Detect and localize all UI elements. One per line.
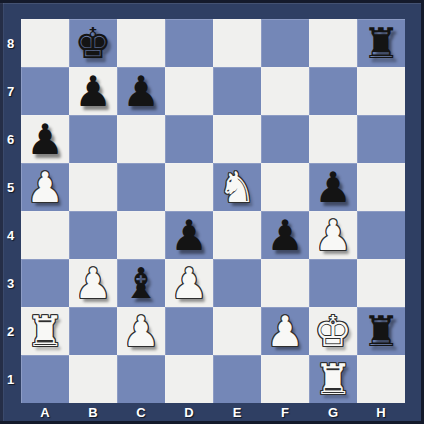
square-c1[interactable] — [117, 355, 165, 403]
square-h8[interactable]: ♜ — [357, 19, 405, 67]
piece-white-pawn[interactable]: ♟ — [261, 307, 309, 355]
square-b8[interactable]: ♚ — [69, 19, 117, 67]
square-d2[interactable] — [165, 307, 213, 355]
square-h6[interactable] — [357, 115, 405, 163]
square-h1[interactable] — [357, 355, 405, 403]
square-e3[interactable] — [213, 259, 261, 307]
square-g6[interactable] — [309, 115, 357, 163]
square-h7[interactable] — [357, 67, 405, 115]
square-e6[interactable] — [213, 115, 261, 163]
square-c6[interactable] — [117, 115, 165, 163]
file-label: B — [69, 403, 117, 421]
rank-label: 7 — [0, 67, 21, 115]
piece-black-pawn[interactable]: ♟ — [21, 115, 69, 163]
square-f4[interactable]: ♟ — [261, 211, 309, 259]
square-e7[interactable] — [213, 67, 261, 115]
square-d3[interactable]: ♟ — [165, 259, 213, 307]
piece-black-pawn[interactable]: ♟ — [261, 211, 309, 259]
square-d1[interactable] — [165, 355, 213, 403]
piece-white-pawn[interactable]: ♟ — [309, 211, 357, 259]
square-f3[interactable] — [261, 259, 309, 307]
square-b1[interactable] — [69, 355, 117, 403]
file-label: A — [21, 403, 69, 421]
square-d6[interactable] — [165, 115, 213, 163]
square-f2[interactable]: ♟ — [261, 307, 309, 355]
file-label: G — [309, 403, 357, 421]
square-a5[interactable]: ♟ — [21, 163, 69, 211]
square-b5[interactable] — [69, 163, 117, 211]
file-label: H — [357, 403, 405, 421]
file-label: D — [165, 403, 213, 421]
square-c4[interactable] — [117, 211, 165, 259]
square-b4[interactable] — [69, 211, 117, 259]
square-b3[interactable]: ♟ — [69, 259, 117, 307]
square-g8[interactable] — [309, 19, 357, 67]
piece-black-pawn[interactable]: ♟ — [309, 163, 357, 211]
piece-white-pawn[interactable]: ♟ — [21, 163, 69, 211]
square-d4[interactable]: ♟ — [165, 211, 213, 259]
piece-white-pawn[interactable]: ♟ — [165, 259, 213, 307]
rank-labels: 8 7 6 5 4 3 2 1 — [0, 19, 21, 403]
square-c5[interactable] — [117, 163, 165, 211]
square-h4[interactable] — [357, 211, 405, 259]
piece-white-king[interactable]: ♚ — [309, 307, 357, 355]
square-f8[interactable] — [261, 19, 309, 67]
square-a8[interactable] — [21, 19, 69, 67]
rank-label: 5 — [0, 163, 21, 211]
square-c7[interactable]: ♟ — [117, 67, 165, 115]
piece-black-rook[interactable]: ♜ — [357, 307, 405, 355]
square-e5[interactable]: ♞ — [213, 163, 261, 211]
square-g3[interactable] — [309, 259, 357, 307]
piece-white-rook[interactable]: ♜ — [309, 355, 357, 403]
piece-black-pawn[interactable]: ♟ — [117, 67, 165, 115]
square-a3[interactable] — [21, 259, 69, 307]
piece-black-rook[interactable]: ♜ — [357, 19, 405, 67]
rank-label: 1 — [0, 355, 21, 403]
square-d8[interactable] — [165, 19, 213, 67]
square-a2[interactable]: ♜ — [21, 307, 69, 355]
square-f5[interactable] — [261, 163, 309, 211]
square-c2[interactable]: ♟ — [117, 307, 165, 355]
square-f6[interactable] — [261, 115, 309, 163]
square-g4[interactable]: ♟ — [309, 211, 357, 259]
square-a1[interactable] — [21, 355, 69, 403]
board-frame: 8 7 6 5 4 3 2 1 ♚♜♟♟♟♟♞♟♟♟♟♟♝♟♜♟♟♚♜♜ A B… — [0, 0, 424, 424]
square-g7[interactable] — [309, 67, 357, 115]
file-label: E — [213, 403, 261, 421]
rank-label: 4 — [0, 211, 21, 259]
piece-white-rook[interactable]: ♜ — [21, 307, 69, 355]
square-a4[interactable] — [21, 211, 69, 259]
file-label: F — [261, 403, 309, 421]
square-e4[interactable] — [213, 211, 261, 259]
rank-label: 2 — [0, 307, 21, 355]
square-e8[interactable] — [213, 19, 261, 67]
piece-black-bishop[interactable]: ♝ — [117, 259, 165, 307]
piece-black-pawn[interactable]: ♟ — [165, 211, 213, 259]
square-d5[interactable] — [165, 163, 213, 211]
square-d7[interactable] — [165, 67, 213, 115]
square-f1[interactable] — [261, 355, 309, 403]
square-b7[interactable]: ♟ — [69, 67, 117, 115]
square-c3[interactable]: ♝ — [117, 259, 165, 307]
square-b6[interactable] — [69, 115, 117, 163]
piece-black-pawn[interactable]: ♟ — [69, 67, 117, 115]
square-e1[interactable] — [213, 355, 261, 403]
piece-black-king[interactable]: ♚ — [69, 19, 117, 67]
square-b2[interactable] — [69, 307, 117, 355]
square-h5[interactable] — [357, 163, 405, 211]
square-g5[interactable]: ♟ — [309, 163, 357, 211]
square-e2[interactable] — [213, 307, 261, 355]
piece-white-pawn[interactable]: ♟ — [69, 259, 117, 307]
piece-white-pawn[interactable]: ♟ — [117, 307, 165, 355]
square-c8[interactable] — [117, 19, 165, 67]
square-a7[interactable] — [21, 67, 69, 115]
rank-label: 6 — [0, 115, 21, 163]
square-g1[interactable]: ♜ — [309, 355, 357, 403]
square-g2[interactable]: ♚ — [309, 307, 357, 355]
rank-label: 3 — [0, 259, 21, 307]
square-h2[interactable]: ♜ — [357, 307, 405, 355]
rank-label: 8 — [0, 19, 21, 67]
square-h3[interactable] — [357, 259, 405, 307]
piece-white-knight[interactable]: ♞ — [213, 163, 261, 211]
file-labels: A B C D E F G H — [21, 403, 405, 421]
square-f7[interactable] — [261, 67, 309, 115]
square-a6[interactable]: ♟ — [21, 115, 69, 163]
file-label: C — [117, 403, 165, 421]
chess-board[interactable]: ♚♜♟♟♟♟♞♟♟♟♟♟♝♟♜♟♟♚♜♜ — [21, 19, 405, 403]
